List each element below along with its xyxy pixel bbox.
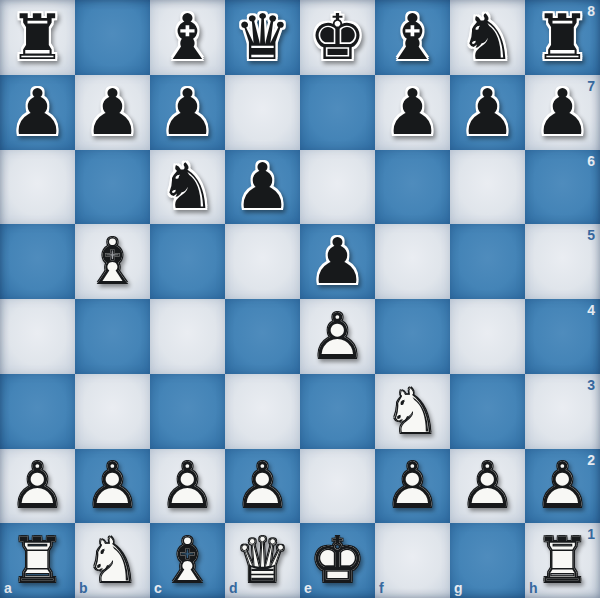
- square-c7[interactable]: ♟: [150, 75, 225, 150]
- piece-outline-glyph: ♙: [534, 454, 590, 517]
- square-a7[interactable]: ♟: [0, 75, 75, 150]
- square-f5[interactable]: [375, 224, 450, 299]
- piece-outline-glyph: ♗: [159, 529, 215, 592]
- piece-white-pawn[interactable]: ♟♙: [0, 449, 75, 524]
- piece-white-pawn[interactable]: ♟♙: [375, 449, 450, 524]
- square-c5[interactable]: [150, 224, 225, 299]
- piece-black-king[interactable]: ♚: [300, 0, 375, 75]
- square-b3[interactable]: [75, 374, 150, 449]
- piece-white-rook[interactable]: ♜♖: [0, 523, 75, 598]
- square-b5[interactable]: ♝♗: [75, 224, 150, 299]
- rank-label-6: 6: [587, 153, 595, 169]
- square-h1[interactable]: ♜♖1h: [525, 523, 600, 598]
- piece-white-pawn[interactable]: ♟♙: [225, 449, 300, 524]
- square-e1[interactable]: ♚♔e: [300, 523, 375, 598]
- square-g6[interactable]: [450, 150, 525, 225]
- square-f6[interactable]: [375, 150, 450, 225]
- square-d4[interactable]: [225, 299, 300, 374]
- piece-outline-glyph: ♕: [234, 529, 290, 592]
- piece-outline-glyph: ♙: [159, 454, 215, 517]
- piece-black-pawn[interactable]: ♟: [525, 75, 600, 150]
- piece-outline-glyph: ♙: [459, 454, 515, 517]
- square-c2[interactable]: ♟♙: [150, 449, 225, 524]
- square-b8[interactable]: [75, 0, 150, 75]
- piece-white-knight[interactable]: ♞♘: [75, 523, 150, 598]
- piece-white-pawn[interactable]: ♟♙: [450, 449, 525, 524]
- square-b4[interactable]: [75, 299, 150, 374]
- square-c3[interactable]: [150, 374, 225, 449]
- square-b7[interactable]: ♟: [75, 75, 150, 150]
- square-g4[interactable]: [450, 299, 525, 374]
- piece-white-knight[interactable]: ♞♘: [375, 374, 450, 449]
- square-a4[interactable]: [0, 299, 75, 374]
- square-a3[interactable]: [0, 374, 75, 449]
- piece-white-pawn[interactable]: ♟♙: [150, 449, 225, 524]
- square-c6[interactable]: ♞: [150, 150, 225, 225]
- square-b1[interactable]: ♞♘b: [75, 523, 150, 598]
- file-label-f: f: [379, 580, 384, 596]
- square-h3[interactable]: 3: [525, 374, 600, 449]
- square-h4[interactable]: 4: [525, 299, 600, 374]
- piece-white-rook[interactable]: ♜♖: [525, 523, 600, 598]
- piece-outline-glyph: ♗: [84, 230, 140, 293]
- piece-white-pawn[interactable]: ♟♙: [75, 449, 150, 524]
- square-d2[interactable]: ♟♙: [225, 449, 300, 524]
- piece-outline-glyph: ♙: [234, 454, 290, 517]
- square-f3[interactable]: ♞♘: [375, 374, 450, 449]
- square-g2[interactable]: ♟♙: [450, 449, 525, 524]
- square-e4[interactable]: ♟♙: [300, 299, 375, 374]
- piece-black-rook[interactable]: ♜: [0, 0, 75, 75]
- square-h5[interactable]: 5: [525, 224, 600, 299]
- square-f2[interactable]: ♟♙: [375, 449, 450, 524]
- piece-black-pawn[interactable]: ♟: [300, 224, 375, 299]
- piece-white-bishop[interactable]: ♝♗: [150, 523, 225, 598]
- piece-black-pawn[interactable]: ♟: [75, 75, 150, 150]
- rank-label-3: 3: [587, 377, 595, 393]
- piece-black-bishop[interactable]: ♝: [150, 0, 225, 75]
- square-f7[interactable]: ♟: [375, 75, 450, 150]
- piece-outline-glyph: ♘: [384, 380, 440, 443]
- square-e3[interactable]: [300, 374, 375, 449]
- piece-outline-glyph: ♘: [84, 529, 140, 592]
- square-d1[interactable]: ♛♕d: [225, 523, 300, 598]
- piece-black-queen[interactable]: ♛: [225, 0, 300, 75]
- square-e7[interactable]: [300, 75, 375, 150]
- piece-black-bishop[interactable]: ♝: [375, 0, 450, 75]
- square-d7[interactable]: [225, 75, 300, 150]
- piece-outline-glyph: ♖: [9, 529, 65, 592]
- square-a2[interactable]: ♟♙: [0, 449, 75, 524]
- piece-outline-glyph: ♙: [9, 454, 65, 517]
- piece-outline-glyph: ♙: [309, 305, 365, 368]
- square-a6[interactable]: [0, 150, 75, 225]
- piece-outline-glyph: ♔: [309, 529, 365, 592]
- piece-white-pawn[interactable]: ♟♙: [525, 449, 600, 524]
- square-h2[interactable]: ♟♙2: [525, 449, 600, 524]
- square-g1[interactable]: g: [450, 523, 525, 598]
- chess-board: ♜♝♛♚♝♞♜8♟♟♟♟♟♟7♞♟6♝♗♟5♟♙4♞♘3♟♙♟♙♟♙♟♙♟♙♟♙…: [0, 0, 600, 598]
- piece-white-king[interactable]: ♚♔: [300, 523, 375, 598]
- square-e5[interactable]: ♟: [300, 224, 375, 299]
- piece-outline-glyph: ♖: [534, 529, 590, 592]
- piece-black-rook[interactable]: ♜: [525, 0, 600, 75]
- file-label-g: g: [454, 580, 463, 596]
- square-e6[interactable]: [300, 150, 375, 225]
- square-g5[interactable]: [450, 224, 525, 299]
- piece-black-pawn[interactable]: ♟: [450, 75, 525, 150]
- square-f1[interactable]: f: [375, 523, 450, 598]
- square-e2[interactable]: [300, 449, 375, 524]
- piece-outline-glyph: ♙: [84, 454, 140, 517]
- square-g3[interactable]: [450, 374, 525, 449]
- rank-label-5: 5: [587, 227, 595, 243]
- square-a8[interactable]: ♜: [0, 0, 75, 75]
- rank-label-4: 4: [587, 302, 595, 318]
- piece-black-pawn[interactable]: ♟: [375, 75, 450, 150]
- square-h7[interactable]: ♟7: [525, 75, 600, 150]
- square-g8[interactable]: ♞: [450, 0, 525, 75]
- square-a5[interactable]: [0, 224, 75, 299]
- square-d5[interactable]: [225, 224, 300, 299]
- square-e8[interactable]: ♚: [300, 0, 375, 75]
- square-d8[interactable]: ♛: [225, 0, 300, 75]
- piece-outline-glyph: ♙: [384, 454, 440, 517]
- square-f8[interactable]: ♝: [375, 0, 450, 75]
- piece-white-bishop[interactable]: ♝♗: [75, 224, 150, 299]
- square-d3[interactable]: [225, 374, 300, 449]
- piece-black-pawn[interactable]: ♟: [150, 75, 225, 150]
- square-b2[interactable]: ♟♙: [75, 449, 150, 524]
- square-a1[interactable]: ♜♖a: [0, 523, 75, 598]
- square-h8[interactable]: ♜8: [525, 0, 600, 75]
- square-d6[interactable]: ♟: [225, 150, 300, 225]
- square-c8[interactable]: ♝: [150, 0, 225, 75]
- piece-white-pawn[interactable]: ♟♙: [300, 299, 375, 374]
- square-h6[interactable]: 6: [525, 150, 600, 225]
- piece-black-knight[interactable]: ♞: [150, 150, 225, 225]
- square-f4[interactable]: [375, 299, 450, 374]
- piece-black-pawn[interactable]: ♟: [225, 150, 300, 225]
- square-c1[interactable]: ♝♗c: [150, 523, 225, 598]
- square-c4[interactable]: [150, 299, 225, 374]
- piece-black-pawn[interactable]: ♟: [0, 75, 75, 150]
- piece-black-knight[interactable]: ♞: [450, 0, 525, 75]
- piece-white-queen[interactable]: ♛♕: [225, 523, 300, 598]
- square-b6[interactable]: [75, 150, 150, 225]
- square-g7[interactable]: ♟: [450, 75, 525, 150]
